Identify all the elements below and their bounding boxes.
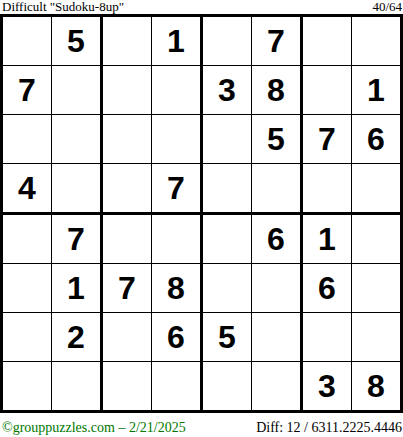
cell-r7c7[interactable]: [303, 313, 352, 362]
cell-r3c2[interactable]: [52, 115, 103, 164]
board-row-8: 38: [3, 362, 400, 410]
cell-r3c1[interactable]: [3, 115, 52, 164]
cell-r3c5[interactable]: [203, 115, 252, 164]
cell-r2c2[interactable]: [52, 66, 103, 115]
cell-r4c6[interactable]: [252, 164, 303, 215]
cell-r2c5[interactable]: 3: [203, 66, 252, 115]
cell-r2c4[interactable]: [152, 66, 203, 115]
board-row-6: 1786: [3, 264, 400, 313]
footer: ©grouppuzzles.com – 2/21/2025 Diff: 12 /…: [0, 420, 403, 435]
cell-r7c6[interactable]: [252, 313, 303, 362]
difficulty-text: Diff: 12 / 6311.2225.4446: [256, 420, 402, 435]
header: Difficult "Sudoku-8up" 40/64: [0, 0, 403, 14]
cell-r2c7[interactable]: [303, 66, 352, 115]
cell-r8c8[interactable]: 8: [352, 362, 400, 410]
cell-r1c7[interactable]: [303, 17, 352, 66]
cell-r1c4[interactable]: 1: [152, 17, 203, 66]
cell-r2c3[interactable]: [103, 66, 152, 115]
cell-r8c1[interactable]: [3, 362, 52, 410]
sudoku-board: 517738157647761178626538: [0, 14, 403, 413]
board-row-4: 47: [3, 164, 400, 215]
cell-r4c3[interactable]: [103, 164, 152, 215]
cell-r5c5[interactable]: [203, 215, 252, 264]
cell-r4c4[interactable]: 7: [152, 164, 203, 215]
cell-r5c8[interactable]: [352, 215, 400, 264]
cell-r1c2[interactable]: 5: [52, 17, 103, 66]
cell-r2c6[interactable]: 8: [252, 66, 303, 115]
page-root: Difficult "Sudoku-8up" 40/64 51773815764…: [0, 0, 403, 437]
cell-r7c1[interactable]: [3, 313, 52, 362]
board-row-7: 265: [3, 313, 400, 362]
cell-r3c3[interactable]: [103, 115, 152, 164]
cell-r3c8[interactable]: 6: [352, 115, 400, 164]
cell-r5c4[interactable]: [152, 215, 203, 264]
cell-r6c7[interactable]: 6: [303, 264, 352, 313]
cell-r4c5[interactable]: [203, 164, 252, 215]
cell-r2c1[interactable]: 7: [3, 66, 52, 115]
cell-r1c8[interactable]: [352, 17, 400, 66]
cell-r5c2[interactable]: 7: [52, 215, 103, 264]
cell-r7c4[interactable]: 6: [152, 313, 203, 362]
cell-r5c3[interactable]: [103, 215, 152, 264]
cell-r6c6[interactable]: [252, 264, 303, 313]
board-row-2: 7381: [3, 66, 400, 115]
cell-r5c6[interactable]: 6: [252, 215, 303, 264]
clue-counter: 40/64: [372, 0, 402, 13]
board-row-5: 761: [3, 215, 400, 264]
cell-r8c2[interactable]: [52, 362, 103, 410]
cell-r6c3[interactable]: 7: [103, 264, 152, 313]
cell-r1c5[interactable]: [203, 17, 252, 66]
cell-r3c7[interactable]: 7: [303, 115, 352, 164]
cell-r1c1[interactable]: [3, 17, 52, 66]
cell-r1c6[interactable]: 7: [252, 17, 303, 66]
cell-r6c2[interactable]: 1: [52, 264, 103, 313]
cell-r4c8[interactable]: [352, 164, 400, 215]
cell-r4c7[interactable]: [303, 164, 352, 215]
cell-r7c5[interactable]: 5: [203, 313, 252, 362]
cell-r3c6[interactable]: 5: [252, 115, 303, 164]
cell-r7c3[interactable]: [103, 313, 152, 362]
cell-r6c5[interactable]: [203, 264, 252, 313]
board-row-3: 576: [3, 115, 400, 164]
cell-r6c8[interactable]: [352, 264, 400, 313]
cell-r5c7[interactable]: 1: [303, 215, 352, 264]
cell-r7c8[interactable]: [352, 313, 400, 362]
puzzle-title: Difficult "Sudoku-8up": [2, 0, 124, 13]
cell-r8c5[interactable]: [203, 362, 252, 410]
cell-r2c8[interactable]: 1: [352, 66, 400, 115]
cell-r7c2[interactable]: 2: [52, 313, 103, 362]
cell-r6c4[interactable]: 8: [152, 264, 203, 313]
copyright-text: ©grouppuzzles.com – 2/21/2025: [2, 420, 186, 435]
cell-r5c1[interactable]: [3, 215, 52, 264]
cell-r1c3[interactable]: [103, 17, 152, 66]
cell-r8c6[interactable]: [252, 362, 303, 410]
cell-r3c4[interactable]: [152, 115, 203, 164]
cell-r8c4[interactable]: [152, 362, 203, 410]
cell-r4c2[interactable]: [52, 164, 103, 215]
cell-r8c3[interactable]: [103, 362, 152, 410]
cell-r4c1[interactable]: 4: [3, 164, 52, 215]
cell-r6c1[interactable]: [3, 264, 52, 313]
board-row-1: 517: [3, 17, 400, 66]
cell-r8c7[interactable]: 3: [303, 362, 352, 410]
